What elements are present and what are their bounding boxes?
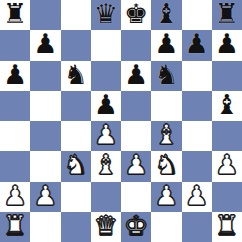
piece-white-knight[interactable]: ♞ xyxy=(64,151,88,180)
piece-black-pawn[interactable]: ♟ xyxy=(33,30,57,59)
square-e1[interactable]: ♚ xyxy=(121,212,151,242)
piece-white-pawn[interactable]: ♟ xyxy=(94,121,118,150)
square-h4[interactable] xyxy=(212,121,242,151)
square-a4[interactable] xyxy=(0,121,30,151)
chessboard: ♜♛♚♝♜♟♟♟♟♟♞♟♞♟♝♟♝♞♝♟♞♟♟♟♟♟♜♛♚♜ xyxy=(0,0,242,242)
square-a8[interactable]: ♜ xyxy=(0,0,30,30)
square-d1[interactable]: ♛ xyxy=(91,212,121,242)
square-g5[interactable] xyxy=(182,91,212,121)
piece-white-knight[interactable]: ♞ xyxy=(154,151,178,180)
square-c4[interactable] xyxy=(61,121,91,151)
piece-black-rook[interactable]: ♜ xyxy=(215,0,239,29)
piece-white-pawn[interactable]: ♟ xyxy=(124,151,148,180)
square-h5[interactable]: ♝ xyxy=(212,91,242,121)
square-a6[interactable]: ♟ xyxy=(0,61,30,91)
square-b8[interactable] xyxy=(30,0,60,30)
piece-white-pawn[interactable]: ♟ xyxy=(154,182,178,211)
square-d2[interactable] xyxy=(91,182,121,212)
square-f3[interactable]: ♞ xyxy=(151,151,181,181)
piece-black-knight[interactable]: ♞ xyxy=(64,61,88,90)
square-c2[interactable] xyxy=(61,182,91,212)
square-h1[interactable]: ♜ xyxy=(212,212,242,242)
square-c3[interactable]: ♞ xyxy=(61,151,91,181)
piece-white-king[interactable]: ♚ xyxy=(124,212,148,241)
piece-white-pawn[interactable]: ♟ xyxy=(3,182,27,211)
square-g4[interactable] xyxy=(182,121,212,151)
square-f6[interactable]: ♞ xyxy=(151,61,181,91)
square-f8[interactable]: ♝ xyxy=(151,0,181,30)
square-b3[interactable] xyxy=(30,151,60,181)
piece-black-knight[interactable]: ♞ xyxy=(154,61,178,90)
piece-black-pawn[interactable]: ♟ xyxy=(154,30,178,59)
square-h3[interactable]: ♟ xyxy=(212,151,242,181)
square-f7[interactable]: ♟ xyxy=(151,30,181,60)
piece-white-pawn[interactable]: ♟ xyxy=(185,182,209,211)
square-g3[interactable] xyxy=(182,151,212,181)
square-d5[interactable]: ♟ xyxy=(91,91,121,121)
square-e5[interactable] xyxy=(121,91,151,121)
piece-black-rook[interactable]: ♜ xyxy=(3,0,27,29)
square-c8[interactable] xyxy=(61,0,91,30)
piece-black-pawn[interactable]: ♟ xyxy=(215,30,239,59)
piece-black-king[interactable]: ♚ xyxy=(124,0,148,29)
square-d6[interactable] xyxy=(91,61,121,91)
square-a3[interactable] xyxy=(0,151,30,181)
square-e3[interactable]: ♟ xyxy=(121,151,151,181)
square-f1[interactable] xyxy=(151,212,181,242)
square-g6[interactable] xyxy=(182,61,212,91)
square-b2[interactable]: ♟ xyxy=(30,182,60,212)
piece-black-bishop[interactable]: ♝ xyxy=(215,91,239,120)
piece-white-rook[interactable]: ♜ xyxy=(3,212,27,241)
piece-white-rook[interactable]: ♜ xyxy=(215,212,239,241)
piece-black-pawn[interactable]: ♟ xyxy=(3,61,27,90)
square-e4[interactable] xyxy=(121,121,151,151)
square-e6[interactable]: ♟ xyxy=(121,61,151,91)
square-b4[interactable] xyxy=(30,121,60,151)
square-b1[interactable] xyxy=(30,212,60,242)
square-c6[interactable]: ♞ xyxy=(61,61,91,91)
square-c7[interactable] xyxy=(61,30,91,60)
square-f4[interactable]: ♝ xyxy=(151,121,181,151)
square-h6[interactable] xyxy=(212,61,242,91)
piece-white-queen[interactable]: ♛ xyxy=(94,212,118,241)
square-c1[interactable] xyxy=(61,212,91,242)
square-h7[interactable]: ♟ xyxy=(212,30,242,60)
square-a5[interactable] xyxy=(0,91,30,121)
square-d7[interactable] xyxy=(91,30,121,60)
piece-white-pawn[interactable]: ♟ xyxy=(33,182,57,211)
square-f2[interactable]: ♟ xyxy=(151,182,181,212)
piece-white-bishop[interactable]: ♝ xyxy=(154,121,178,150)
square-a1[interactable]: ♜ xyxy=(0,212,30,242)
square-b5[interactable] xyxy=(30,91,60,121)
square-e2[interactable] xyxy=(121,182,151,212)
square-b7[interactable]: ♟ xyxy=(30,30,60,60)
square-g8[interactable] xyxy=(182,0,212,30)
square-d4[interactable]: ♟ xyxy=(91,121,121,151)
square-f5[interactable] xyxy=(151,91,181,121)
piece-white-bishop[interactable]: ♝ xyxy=(94,151,118,180)
piece-black-pawn[interactable]: ♟ xyxy=(185,30,209,59)
square-b6[interactable] xyxy=(30,61,60,91)
square-g7[interactable]: ♟ xyxy=(182,30,212,60)
square-c5[interactable] xyxy=(61,91,91,121)
piece-white-pawn[interactable]: ♟ xyxy=(215,151,239,180)
square-h2[interactable] xyxy=(212,182,242,212)
piece-black-pawn[interactable]: ♟ xyxy=(124,61,148,90)
square-g1[interactable] xyxy=(182,212,212,242)
piece-black-queen[interactable]: ♛ xyxy=(94,0,118,29)
square-d8[interactable]: ♛ xyxy=(91,0,121,30)
square-e8[interactable]: ♚ xyxy=(121,0,151,30)
square-a7[interactable] xyxy=(0,30,30,60)
square-h8[interactable]: ♜ xyxy=(212,0,242,30)
square-d3[interactable]: ♝ xyxy=(91,151,121,181)
piece-black-bishop[interactable]: ♝ xyxy=(154,0,178,29)
square-a2[interactable]: ♟ xyxy=(0,182,30,212)
piece-black-pawn[interactable]: ♟ xyxy=(94,91,118,120)
square-g2[interactable]: ♟ xyxy=(182,182,212,212)
square-e7[interactable] xyxy=(121,30,151,60)
